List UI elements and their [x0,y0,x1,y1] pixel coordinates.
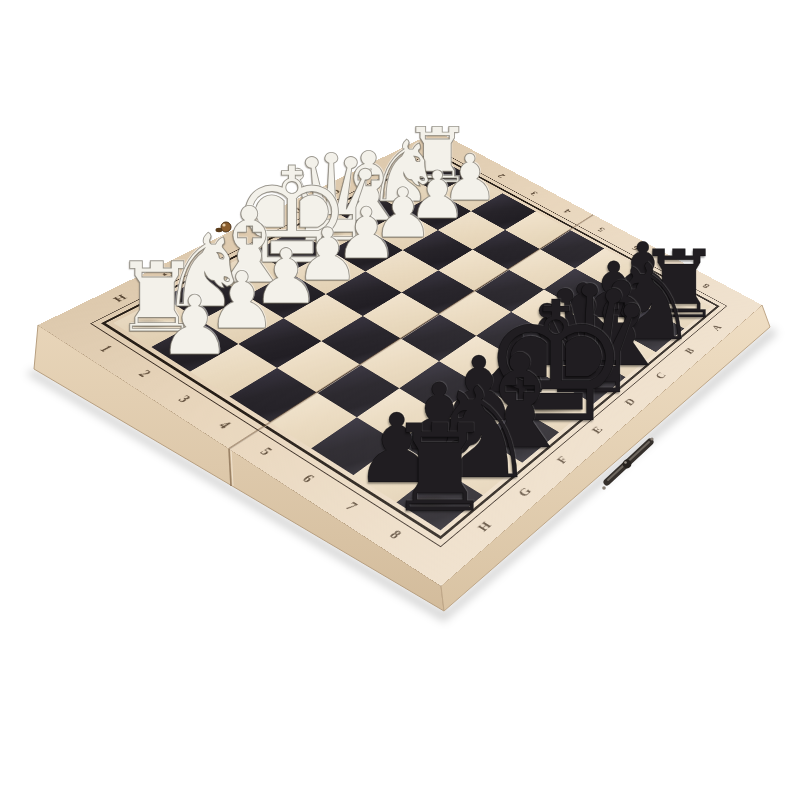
piece-black-rook-h8: ♜ [386,410,494,530]
piece-white-pawn-h2: ♟ [158,285,232,367]
pieces-layer: ♜♞♝♛♚♝♞♜♟♟♟♟♟♟♟♟♟♟♟♟♟♟♟♟♜♞♝♛♚♝♞♜ [0,0,800,800]
chess-set-product-photo: 11AA22BB33CC44DD55EE66FF77GG88HH ♜♞♝♛♚♝♞… [0,0,800,800]
